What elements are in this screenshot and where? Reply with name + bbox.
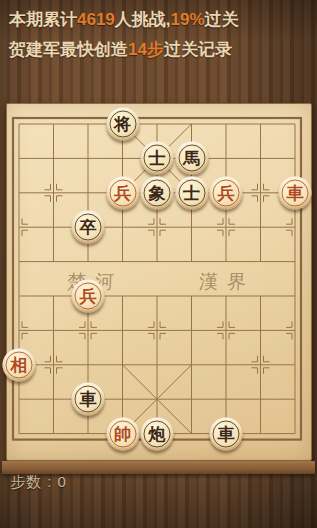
steps-label: 步数 [10,473,42,490]
piece-glyph: 車 [287,184,304,201]
stat-text: 本期累计 [9,10,77,29]
piece-black-soldier[interactable]: 卒 [72,211,105,244]
piece-glyph: 兵 [114,184,131,201]
stat-text: 人挑战, [115,10,171,29]
stat-text: 过关记录 [164,40,232,59]
stat-text: 过关 [205,10,239,29]
steps-value: 0 [58,473,67,490]
piece-black-chariot[interactable]: 車 [72,383,105,416]
piece-glyph: 士 [149,150,166,167]
piece-red-chariot[interactable]: 車 [279,176,312,209]
piece-glyph: 卒 [80,219,97,236]
piece-black-elephant[interactable]: 象 [141,176,174,209]
piece-glyph: 相 [11,356,28,373]
piece-glyph: 士 [183,184,200,201]
stat-highlight: 19% [171,10,205,29]
move-counter: 步数 : 0 [10,473,67,492]
piece-glyph: 兵 [218,184,235,201]
piece-red-soldier[interactable]: 兵 [210,176,243,209]
piece-red-elephant[interactable]: 相 [3,348,36,381]
piece-black-cannon[interactable]: 炮 [141,417,174,450]
piece-glyph: 車 [80,391,97,408]
stat-highlight: 14步 [128,40,164,59]
steps-separator: : [42,473,58,490]
piece-glyph: 馬 [183,150,200,167]
piece-glyph: 象 [149,184,166,201]
stat-highlight: 4619 [77,10,115,29]
piece-black-horse[interactable]: 馬 [175,142,208,175]
stats-line-1: 本期累计4619人挑战,19%过关 [9,5,309,35]
piece-glyph: 帥 [114,425,131,442]
stats-header: 本期累计4619人挑战,19%过关 贺建军最快创造14步过关记录 [9,5,309,65]
piece-red-general[interactable]: 帥 [106,417,139,450]
xiangqi-board[interactable]: 楚河 漢界 将士馬兵象士兵車卒兵相車帥炮車 [6,103,312,461]
piece-glyph: 車 [218,425,235,442]
piece-black-general[interactable]: 将 [106,108,139,141]
piece-black-advisor[interactable]: 士 [175,176,208,209]
piece-glyph: 将 [114,116,131,133]
piece-red-soldier[interactable]: 兵 [106,176,139,209]
piece-black-chariot[interactable]: 車 [210,417,243,450]
piece-glyph: 兵 [80,288,97,305]
piece-black-advisor[interactable]: 士 [141,142,174,175]
xiangqi-app: 本期累计4619人挑战,19%过关 贺建军最快创造14步过关记录 楚河 漢界 将… [0,0,317,528]
stat-text: 贺建军最快创造 [9,40,128,59]
piece-glyph: 炮 [149,425,166,442]
stats-line-2: 贺建军最快创造14步过关记录 [9,35,309,65]
piece-red-soldier[interactable]: 兵 [72,280,105,313]
